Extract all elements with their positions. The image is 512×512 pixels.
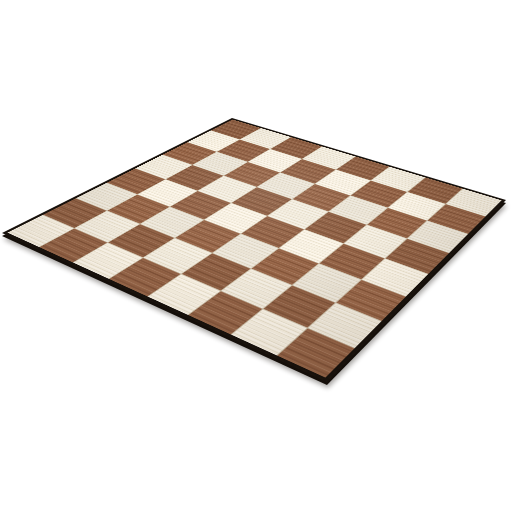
board-grid bbox=[7, 120, 501, 378]
chess-board bbox=[2, 118, 506, 382]
product-image bbox=[0, 0, 512, 512]
